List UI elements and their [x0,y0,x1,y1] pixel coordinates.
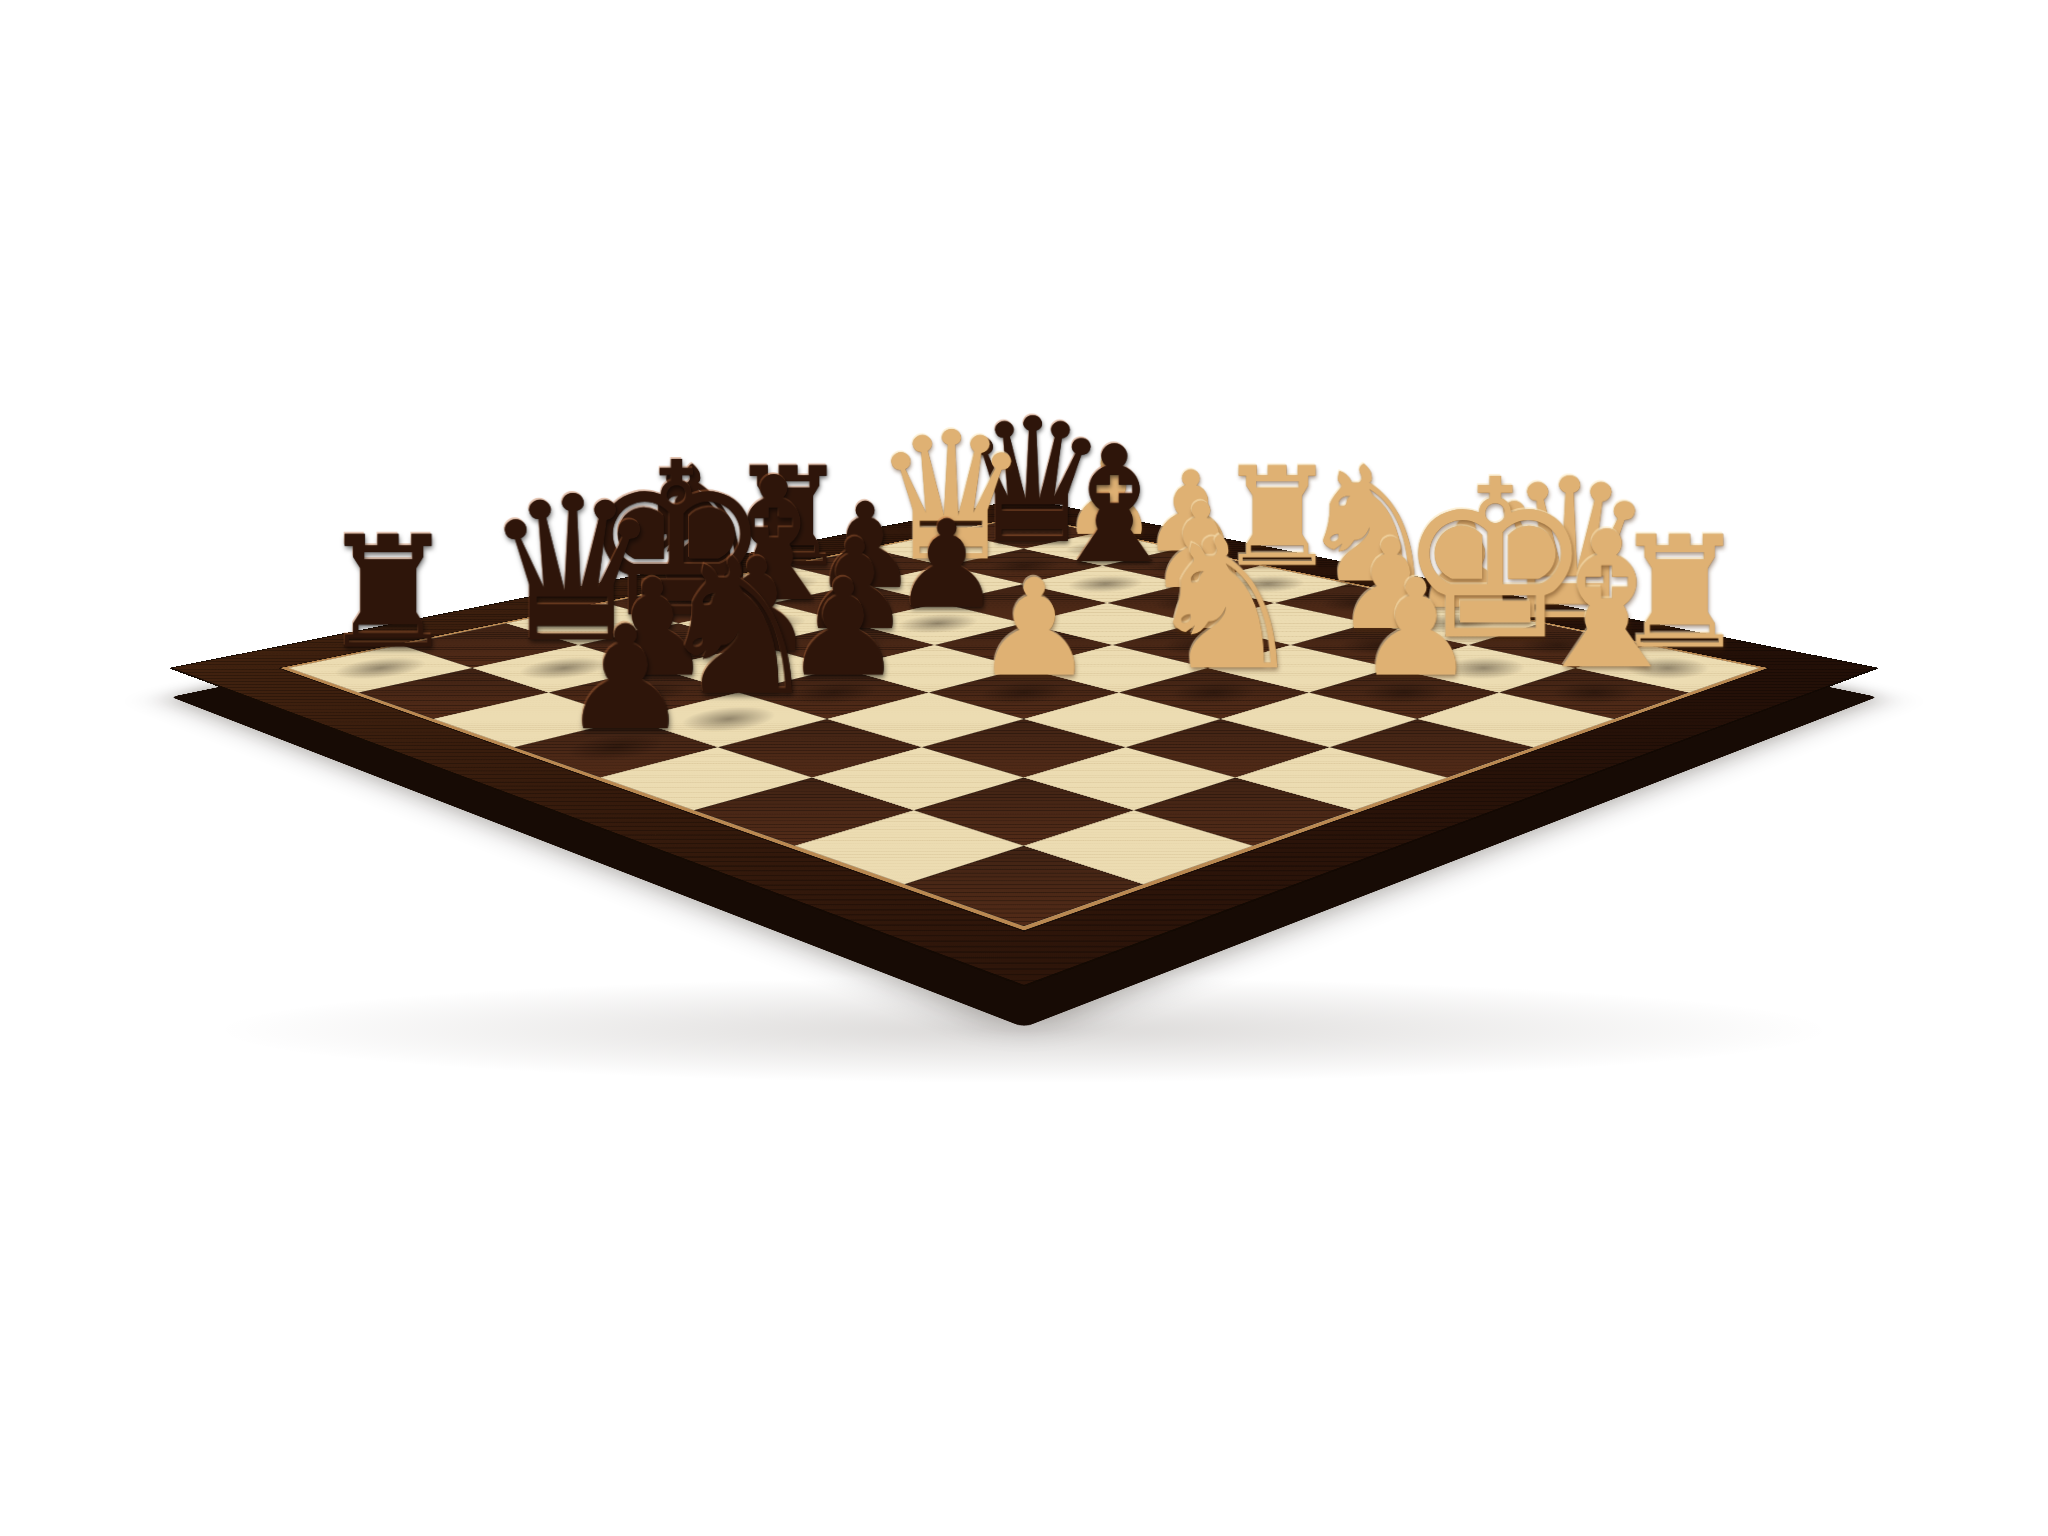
board-field: ♜♞♜♛♚♝♟♛♛♟♟♟♟♟♝♟♟♞♟♟♜♟♟♞♞♟♟♟♚♛♝♜ [289,517,1760,926]
white-bishop-glyph: ♝ [1472,506,1742,695]
board-inlay-border: ♜♞♜♛♚♝♟♛♛♟♟♟♟♟♝♟♟♞♟♟♜♟♟♞♞♟♟♟♚♛♝♜ [280,516,1768,930]
square-d2[interactable] [1126,719,1330,778]
photo-canvas: ♜♞♜♛♚♝♟♛♛♟♟♟♟♟♝♟♟♞♟♟♜♟♟♞♞♟♟♟♚♛♝♜ [0,0,2048,1536]
black-pawn-glyph: ♟ [481,607,771,751]
square-f1[interactable] [1418,693,1615,748]
square-c3[interactable] [922,719,1126,778]
board-frame: ♜♞♜♛♚♝♟♛♛♟♟♟♟♟♝♟♟♞♟♟♜♟♟♞♞♟♟♟♚♛♝♜ [168,498,1879,987]
